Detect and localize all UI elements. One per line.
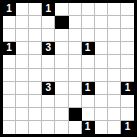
- cell-r4c0[interactable]: [3, 55, 16, 68]
- clue-wall-r6c9: 1: [121, 82, 134, 95]
- cell-r4c1[interactable]: [16, 55, 29, 68]
- wall-cell-r8c5: [69, 108, 82, 121]
- clue-wall-r3c3: 3: [42, 42, 55, 55]
- cell-r0c5[interactable]: [69, 3, 82, 16]
- cell-r1c7[interactable]: [95, 16, 108, 29]
- cell-r1c3[interactable]: [42, 16, 55, 29]
- cell-r3c7[interactable]: [95, 42, 108, 55]
- cell-r9c5[interactable]: [69, 121, 82, 134]
- cell-r1c1[interactable]: [16, 16, 29, 29]
- cell-r1c5[interactable]: [69, 16, 82, 29]
- cell-r2c7[interactable]: [95, 29, 108, 42]
- cell-r1c2[interactable]: [29, 16, 42, 29]
- cell-r4c3[interactable]: [42, 55, 55, 68]
- cell-r3c4[interactable]: [55, 42, 68, 55]
- cell-r6c4[interactable]: [55, 82, 68, 95]
- cell-r7c8[interactable]: [108, 95, 121, 108]
- cell-r4c8[interactable]: [108, 55, 121, 68]
- cell-r9c1[interactable]: [16, 121, 29, 134]
- cell-r2c0[interactable]: [3, 29, 16, 42]
- cell-r6c5[interactable]: [69, 82, 82, 95]
- cell-r4c4[interactable]: [55, 55, 68, 68]
- cell-r4c6[interactable]: [82, 55, 95, 68]
- clue-wall-r6c3: 3: [42, 82, 55, 95]
- cell-r9c0[interactable]: [3, 121, 16, 134]
- cell-r9c3[interactable]: [42, 121, 55, 134]
- cell-r7c3[interactable]: [42, 95, 55, 108]
- cell-r5c1[interactable]: [16, 69, 29, 82]
- cell-r4c5[interactable]: [69, 55, 82, 68]
- clue-wall-r9c9: 1: [121, 121, 134, 134]
- clue-wall-r0c0: 1: [3, 3, 16, 16]
- cell-r9c8[interactable]: [108, 121, 121, 134]
- clue-wall-r3c0: 1: [3, 42, 16, 55]
- cell-r7c2[interactable]: [29, 95, 42, 108]
- cell-r2c3[interactable]: [42, 29, 55, 42]
- cell-r7c6[interactable]: [82, 95, 95, 108]
- cell-r1c9[interactable]: [121, 16, 134, 29]
- cell-r6c8[interactable]: [108, 82, 121, 95]
- cell-r8c4[interactable]: [55, 108, 68, 121]
- cell-r2c4[interactable]: [55, 29, 68, 42]
- cell-r5c0[interactable]: [3, 69, 16, 82]
- wall-cell-r1c4: [55, 16, 68, 29]
- clue-wall-r0c3: 1: [42, 3, 55, 16]
- cell-r6c2[interactable]: [29, 82, 42, 95]
- clue-wall-r6c6: 1: [82, 82, 95, 95]
- cell-r8c1[interactable]: [16, 108, 29, 121]
- cell-r5c3[interactable]: [42, 69, 55, 82]
- cell-r3c5[interactable]: [69, 42, 82, 55]
- cell-r6c7[interactable]: [95, 82, 108, 95]
- cell-r2c5[interactable]: [69, 29, 82, 42]
- cell-r0c2[interactable]: [29, 3, 42, 16]
- cell-r2c1[interactable]: [16, 29, 29, 42]
- cell-r5c6[interactable]: [82, 69, 95, 82]
- cell-r8c3[interactable]: [42, 108, 55, 121]
- cell-r1c0[interactable]: [3, 16, 16, 29]
- cell-r1c6[interactable]: [82, 16, 95, 29]
- cell-r6c1[interactable]: [16, 82, 29, 95]
- cell-r3c2[interactable]: [29, 42, 42, 55]
- cell-r8c2[interactable]: [29, 108, 42, 121]
- cell-r8c9[interactable]: [121, 108, 134, 121]
- cell-r0c8[interactable]: [108, 3, 121, 16]
- cell-r6c0[interactable]: [3, 82, 16, 95]
- cell-r0c1[interactable]: [16, 3, 29, 16]
- cell-r7c5[interactable]: [69, 95, 82, 108]
- cell-r8c7[interactable]: [95, 108, 108, 121]
- cell-r2c6[interactable]: [82, 29, 95, 42]
- cell-r8c0[interactable]: [3, 108, 16, 121]
- cell-r2c8[interactable]: [108, 29, 121, 42]
- cell-r4c7[interactable]: [95, 55, 108, 68]
- cell-r7c9[interactable]: [121, 95, 134, 108]
- cell-r2c2[interactable]: [29, 29, 42, 42]
- cell-r4c2[interactable]: [29, 55, 42, 68]
- cell-r5c8[interactable]: [108, 69, 121, 82]
- cell-r7c1[interactable]: [16, 95, 29, 108]
- cell-r7c7[interactable]: [95, 95, 108, 108]
- clue-wall-r3c6: 1: [82, 42, 95, 55]
- cell-r0c6[interactable]: [82, 3, 95, 16]
- cell-r9c4[interactable]: [55, 121, 68, 134]
- cell-r5c4[interactable]: [55, 69, 68, 82]
- cell-r8c6[interactable]: [82, 108, 95, 121]
- cell-r5c7[interactable]: [95, 69, 108, 82]
- cell-r2c9[interactable]: [121, 29, 134, 42]
- cell-r0c4[interactable]: [55, 3, 68, 16]
- cell-r1c8[interactable]: [108, 16, 121, 29]
- cell-r8c8[interactable]: [108, 108, 121, 121]
- cell-r0c9[interactable]: [121, 3, 134, 16]
- cell-r9c2[interactable]: [29, 121, 42, 134]
- light-up-board: 1113131111: [0, 0, 137, 137]
- cell-r5c2[interactable]: [29, 69, 42, 82]
- cell-r3c1[interactable]: [16, 42, 29, 55]
- cell-r0c7[interactable]: [95, 3, 108, 16]
- cell-r7c4[interactable]: [55, 95, 68, 108]
- cell-r5c5[interactable]: [69, 69, 82, 82]
- clue-wall-r9c6: 1: [82, 121, 95, 134]
- cell-r3c8[interactable]: [108, 42, 121, 55]
- cell-r5c9[interactable]: [121, 69, 134, 82]
- cell-r4c9[interactable]: [121, 55, 134, 68]
- cell-r9c7[interactable]: [95, 121, 108, 134]
- cell-r7c0[interactable]: [3, 95, 16, 108]
- cell-r3c9[interactable]: [121, 42, 134, 55]
